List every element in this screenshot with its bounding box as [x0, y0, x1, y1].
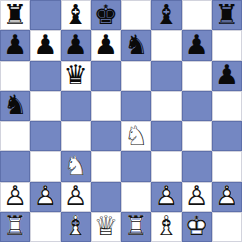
- black-piece-fill: ♜: [0, 0, 30, 30]
- black-piece-fill: ♝: [61, 0, 91, 30]
- square-e5[interactable]: [121, 91, 151, 121]
- white-piece-outline: ♘: [121, 121, 151, 151]
- piece-black-pawn-icon[interactable]: ♟: [212, 61, 242, 91]
- square-c2[interactable]: ♟♙: [61, 182, 91, 212]
- piece-black-queen-icon[interactable]: ♛: [61, 61, 91, 91]
- piece-white-pawn-icon[interactable]: ♟♙: [182, 182, 212, 212]
- piece-white-pawn-icon[interactable]: ♟♙: [30, 182, 60, 212]
- square-e1[interactable]: ♜♖: [121, 212, 151, 242]
- square-b6[interactable]: [30, 61, 60, 91]
- square-e3[interactable]: [121, 151, 151, 181]
- square-h6[interactable]: ♟: [212, 61, 242, 91]
- white-piece-outline: ♕: [91, 212, 121, 242]
- square-h1[interactable]: [212, 212, 242, 242]
- white-piece-outline: ♙: [212, 182, 242, 212]
- square-h5[interactable]: [212, 91, 242, 121]
- square-f2[interactable]: ♟♙: [151, 182, 181, 212]
- square-c1[interactable]: ♝♗: [61, 212, 91, 242]
- black-piece-fill: ♝: [151, 0, 181, 30]
- square-a2[interactable]: ♟♙: [0, 182, 30, 212]
- black-piece-fill: ♟: [91, 30, 121, 60]
- square-b2[interactable]: ♟♙: [30, 182, 60, 212]
- square-b4[interactable]: [30, 121, 60, 151]
- piece-white-bishop-icon[interactable]: ♝♗: [61, 212, 91, 242]
- square-b8[interactable]: [30, 0, 60, 30]
- piece-black-knight-icon[interactable]: ♞: [0, 91, 30, 121]
- square-g7[interactable]: ♟: [182, 30, 212, 60]
- white-piece-outline: ♖: [121, 212, 151, 242]
- square-f3[interactable]: [151, 151, 181, 181]
- square-e7[interactable]: ♞: [121, 30, 151, 60]
- square-b5[interactable]: [30, 91, 60, 121]
- square-h2[interactable]: ♟♙: [212, 182, 242, 212]
- square-f4[interactable]: [151, 121, 181, 151]
- black-piece-fill: ♟: [0, 30, 30, 60]
- square-e8[interactable]: [121, 0, 151, 30]
- piece-black-pawn-icon[interactable]: ♟: [0, 30, 30, 60]
- square-e2[interactable]: [121, 182, 151, 212]
- square-g8[interactable]: [182, 0, 212, 30]
- square-e4[interactable]: ♞♘: [121, 121, 151, 151]
- square-d7[interactable]: ♟: [91, 30, 121, 60]
- square-a4[interactable]: [0, 121, 30, 151]
- white-piece-outline: ♗: [61, 212, 91, 242]
- piece-black-bishop-icon[interactable]: ♝: [151, 0, 181, 30]
- square-a1[interactable]: ♜♖: [0, 212, 30, 242]
- piece-white-knight-icon[interactable]: ♞♘: [61, 151, 91, 181]
- square-e6[interactable]: [121, 61, 151, 91]
- square-a3[interactable]: [0, 151, 30, 181]
- square-d3[interactable]: [91, 151, 121, 181]
- black-piece-fill: ♛: [61, 61, 91, 91]
- chess-board: ♜♝♚♝♜♟♟♟♟♞♟♛♟♞♞♘♞♘♟♙♟♙♟♙♟♙♟♙♟♙♜♖♝♗♛♕♜♖♝♗…: [0, 0, 242, 242]
- square-b7[interactable]: ♟: [30, 30, 60, 60]
- square-g6[interactable]: [182, 61, 212, 91]
- square-b3[interactable]: [30, 151, 60, 181]
- square-c5[interactable]: [61, 91, 91, 121]
- piece-black-bishop-icon[interactable]: ♝: [61, 0, 91, 30]
- piece-white-queen-icon[interactable]: ♛♕: [91, 212, 121, 242]
- square-d1[interactable]: ♛♕: [91, 212, 121, 242]
- square-b1[interactable]: [30, 212, 60, 242]
- square-g1[interactable]: ♚♔: [182, 212, 212, 242]
- square-f6[interactable]: [151, 61, 181, 91]
- white-piece-outline: ♙: [151, 182, 181, 212]
- white-piece-outline: ♗: [151, 212, 181, 242]
- piece-black-rook-icon[interactable]: ♜: [212, 0, 242, 30]
- square-g2[interactable]: ♟♙: [182, 182, 212, 212]
- square-g4[interactable]: [182, 121, 212, 151]
- piece-black-pawn-icon[interactable]: ♟: [182, 30, 212, 60]
- square-d6[interactable]: [91, 61, 121, 91]
- square-c6[interactable]: ♛: [61, 61, 91, 91]
- piece-white-bishop-icon[interactable]: ♝♗: [151, 212, 181, 242]
- square-c8[interactable]: ♝: [61, 0, 91, 30]
- piece-black-pawn-icon[interactable]: ♟: [61, 30, 91, 60]
- square-c7[interactable]: ♟: [61, 30, 91, 60]
- square-f1[interactable]: ♝♗: [151, 212, 181, 242]
- black-piece-fill: ♞: [121, 30, 151, 60]
- piece-black-rook-icon[interactable]: ♜: [0, 0, 30, 30]
- square-d4[interactable]: [91, 121, 121, 151]
- square-h7[interactable]: [212, 30, 242, 60]
- square-d8[interactable]: ♚: [91, 0, 121, 30]
- piece-white-rook-icon[interactable]: ♜♖: [121, 212, 151, 242]
- square-f7[interactable]: [151, 30, 181, 60]
- white-piece-outline: ♙: [30, 182, 60, 212]
- piece-white-pawn-icon[interactable]: ♟♙: [0, 182, 30, 212]
- square-c4[interactable]: [61, 121, 91, 151]
- white-piece-outline: ♔: [182, 212, 212, 242]
- square-a8[interactable]: ♜: [0, 0, 30, 30]
- white-piece-outline: ♙: [0, 182, 30, 212]
- square-g5[interactable]: [182, 91, 212, 121]
- black-piece-fill: ♟: [30, 30, 60, 60]
- piece-black-king-icon[interactable]: ♚: [91, 0, 121, 30]
- piece-white-king-icon[interactable]: ♚♔: [182, 212, 212, 242]
- black-piece-fill: ♚: [91, 0, 121, 30]
- square-f8[interactable]: ♝: [151, 0, 181, 30]
- piece-black-knight-icon[interactable]: ♞: [121, 30, 151, 60]
- square-d5[interactable]: [91, 91, 121, 121]
- piece-black-pawn-icon[interactable]: ♟: [91, 30, 121, 60]
- piece-white-pawn-icon[interactable]: ♟♙: [61, 182, 91, 212]
- black-piece-fill: ♞: [0, 91, 30, 121]
- square-g3[interactable]: [182, 151, 212, 181]
- square-c3[interactable]: ♞♘: [61, 151, 91, 181]
- black-piece-fill: ♟: [182, 30, 212, 60]
- black-piece-fill: ♟: [212, 61, 242, 91]
- white-piece-outline: ♖: [0, 212, 30, 242]
- square-h3[interactable]: [212, 151, 242, 181]
- square-d2[interactable]: [91, 182, 121, 212]
- square-f5[interactable]: [151, 91, 181, 121]
- piece-black-pawn-icon[interactable]: ♟: [30, 30, 60, 60]
- square-h4[interactable]: [212, 121, 242, 151]
- square-a6[interactable]: [0, 61, 30, 91]
- square-a7[interactable]: ♟: [0, 30, 30, 60]
- white-piece-outline: ♙: [61, 182, 91, 212]
- square-h8[interactable]: ♜: [212, 0, 242, 30]
- white-piece-outline: ♙: [182, 182, 212, 212]
- square-a5[interactable]: ♞: [0, 91, 30, 121]
- black-piece-fill: ♜: [212, 0, 242, 30]
- piece-white-knight-icon[interactable]: ♞♘: [121, 121, 151, 151]
- piece-white-pawn-icon[interactable]: ♟♙: [151, 182, 181, 212]
- piece-white-rook-icon[interactable]: ♜♖: [0, 212, 30, 242]
- piece-white-pawn-icon[interactable]: ♟♙: [212, 182, 242, 212]
- black-piece-fill: ♟: [61, 30, 91, 60]
- white-piece-outline: ♘: [61, 151, 91, 181]
